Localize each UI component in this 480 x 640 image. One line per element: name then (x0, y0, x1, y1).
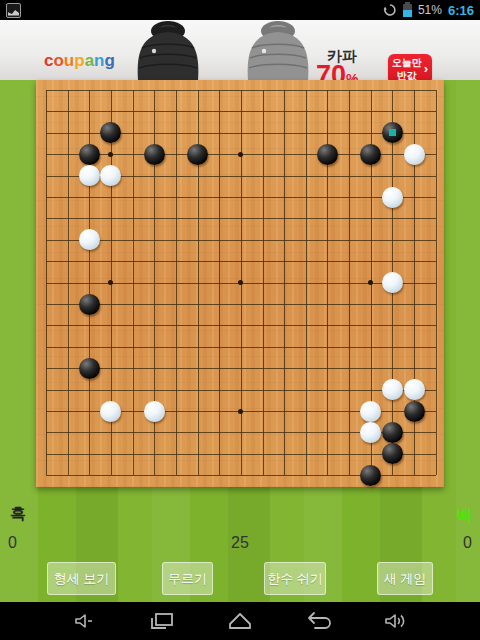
grid-line (436, 90, 437, 475)
move-counter: 25 (0, 534, 480, 552)
undo-button[interactable]: 무르기 (162, 562, 213, 595)
white-stone (382, 379, 403, 400)
grid-line (46, 390, 436, 391)
ad-banner[interactable]: coupang 카파 70% 오늘만반값 › (0, 20, 480, 80)
screenshot-notification-icon (6, 3, 21, 18)
grid-line (46, 368, 436, 369)
app-screen: 51% 6:16 coupang 카파 70% 오늘만반값 (0, 0, 480, 640)
go-board[interactable] (36, 80, 444, 487)
grid-line (306, 90, 307, 475)
battery-icon (403, 4, 412, 17)
black-stone (79, 358, 100, 379)
white-stone (360, 401, 381, 422)
black-stone (382, 443, 403, 464)
black-stone (79, 144, 100, 165)
white-stone (100, 401, 121, 422)
white-stone (404, 379, 425, 400)
grid-line (46, 304, 436, 305)
star-point (108, 152, 113, 157)
white-stone (79, 165, 100, 186)
game-area: 흑 0 25 백 0 형세 보기 무르기 한수 쉬기 새 게임 (0, 80, 480, 602)
white-captures-value: 0 (463, 534, 472, 552)
star-point (238, 280, 243, 285)
last-move-marker (389, 129, 396, 136)
new-game-button[interactable]: 새 게임 (377, 562, 433, 595)
star-point (238, 409, 243, 414)
black-stone (187, 144, 208, 165)
white-stone (79, 229, 100, 250)
grid-line (46, 347, 436, 348)
grid-line (46, 325, 436, 326)
back-icon[interactable] (305, 610, 331, 632)
navigation-bar (0, 602, 480, 640)
white-stone (144, 401, 165, 422)
white-stone (382, 187, 403, 208)
home-icon[interactable] (227, 610, 253, 632)
black-stone (100, 122, 121, 143)
black-stone (360, 144, 381, 165)
volume-down-icon[interactable] (71, 610, 97, 632)
grid-line (46, 454, 436, 455)
auto-rotate-icon (383, 3, 397, 17)
grid-line (263, 90, 264, 475)
star-point (108, 280, 113, 285)
white-stone (100, 165, 121, 186)
ad-cta-button[interactable]: 오늘만반값 › (388, 54, 432, 80)
estimate-score-button[interactable]: 형세 보기 (47, 562, 116, 595)
black-stone (404, 401, 425, 422)
black-player-label: 흑 (10, 504, 26, 525)
grid-line (349, 90, 350, 475)
black-stone (317, 144, 338, 165)
black-stone (382, 422, 403, 443)
black-jacket-image (112, 20, 224, 80)
white-player-label: 백 (456, 506, 472, 527)
battery-percent: 51% (418, 3, 442, 17)
status-bar: 51% 6:16 (0, 0, 480, 20)
pass-button[interactable]: 한수 쉬기 (264, 562, 326, 595)
white-stone (404, 144, 425, 165)
recent-apps-icon[interactable] (149, 610, 175, 632)
star-point (238, 152, 243, 157)
star-point (368, 280, 373, 285)
black-stone (360, 465, 381, 486)
white-stone (360, 422, 381, 443)
black-stone (79, 294, 100, 315)
chevron-right-icon: › (424, 61, 428, 78)
grid-line (284, 90, 285, 475)
black-stone (144, 144, 165, 165)
ad-discount: 70% (316, 60, 359, 80)
coupang-logo: coupang (44, 51, 115, 71)
white-stone (382, 272, 403, 293)
black-stone (382, 122, 403, 143)
clock: 6:16 (448, 3, 474, 18)
volume-up-icon[interactable] (383, 610, 409, 632)
